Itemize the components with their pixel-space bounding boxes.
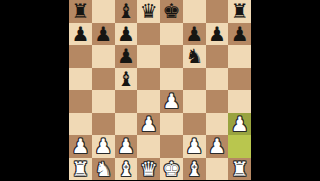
square-d7[interactable]	[137, 23, 160, 46]
square-a4[interactable]	[69, 90, 92, 113]
square-a7[interactable]: ♟	[69, 23, 92, 46]
square-a1[interactable]: ♜	[69, 158, 92, 181]
square-f7[interactable]: ♟	[183, 23, 206, 46]
white-pawn[interactable]: ♟	[185, 136, 203, 156]
square-h7[interactable]: ♟	[228, 23, 251, 46]
square-e3[interactable]	[160, 113, 183, 136]
white-pawn[interactable]: ♟	[208, 136, 226, 156]
square-b7[interactable]: ♟	[92, 23, 115, 46]
square-g2[interactable]: ♟	[206, 135, 229, 158]
white-bishop[interactable]: ♝	[117, 158, 135, 178]
black-pawn[interactable]: ♟	[185, 23, 203, 43]
square-c5[interactable]: ♝	[115, 68, 138, 91]
square-e7[interactable]	[160, 23, 183, 46]
black-rook[interactable]: ♜	[71, 1, 89, 21]
black-bishop[interactable]: ♝	[117, 68, 135, 88]
white-rook[interactable]: ♜	[231, 158, 249, 178]
white-pawn[interactable]: ♟	[140, 113, 158, 133]
square-f8[interactable]	[183, 0, 206, 23]
black-pawn[interactable]: ♟	[117, 23, 135, 43]
square-e5[interactable]	[160, 68, 183, 91]
black-rook[interactable]: ♜	[231, 1, 249, 21]
square-d5[interactable]	[137, 68, 160, 91]
letterbox-right	[251, 0, 320, 180]
square-h8[interactable]: ♜	[228, 0, 251, 23]
square-a6[interactable]	[69, 45, 92, 68]
square-h2[interactable]	[228, 135, 251, 158]
square-g7[interactable]: ♟	[206, 23, 229, 46]
square-b1[interactable]: ♞	[92, 158, 115, 181]
square-b6[interactable]	[92, 45, 115, 68]
square-g5[interactable]	[206, 68, 229, 91]
white-pawn[interactable]: ♟	[162, 91, 180, 111]
square-a8[interactable]: ♜	[69, 0, 92, 23]
square-d8[interactable]: ♛	[137, 0, 160, 23]
white-king[interactable]: ♚	[162, 158, 180, 178]
chess-board: ♜♝♛♚♜♟♟♟♟♟♟♟♞♝♟♟♟♟♟♟♟♟♜♞♝♛♚♝♜	[69, 0, 251, 180]
square-b4[interactable]	[92, 90, 115, 113]
white-pawn[interactable]: ♟	[71, 136, 89, 156]
white-pawn[interactable]: ♟	[117, 136, 135, 156]
square-h6[interactable]	[228, 45, 251, 68]
black-bishop[interactable]: ♝	[117, 1, 135, 21]
square-g6[interactable]	[206, 45, 229, 68]
square-b5[interactable]	[92, 68, 115, 91]
square-g8[interactable]	[206, 0, 229, 23]
letterbox-left	[0, 0, 69, 180]
square-c2[interactable]: ♟	[115, 135, 138, 158]
square-c7[interactable]: ♟	[115, 23, 138, 46]
square-f4[interactable]	[183, 90, 206, 113]
square-d2[interactable]	[137, 135, 160, 158]
square-e6[interactable]	[160, 45, 183, 68]
square-c1[interactable]: ♝	[115, 158, 138, 181]
square-d3[interactable]: ♟	[137, 113, 160, 136]
square-h4[interactable]	[228, 90, 251, 113]
square-g3[interactable]	[206, 113, 229, 136]
square-h5[interactable]	[228, 68, 251, 91]
white-rook[interactable]: ♜	[71, 158, 89, 178]
square-g1[interactable]	[206, 158, 229, 181]
white-queen[interactable]: ♛	[140, 158, 158, 178]
white-pawn[interactable]: ♟	[231, 113, 249, 133]
square-c3[interactable]	[115, 113, 138, 136]
black-pawn[interactable]: ♟	[117, 46, 135, 66]
white-pawn[interactable]: ♟	[94, 136, 112, 156]
square-a3[interactable]	[69, 113, 92, 136]
black-pawn[interactable]: ♟	[94, 23, 112, 43]
square-f3[interactable]	[183, 113, 206, 136]
black-knight[interactable]: ♞	[185, 46, 203, 66]
white-knight[interactable]: ♞	[94, 158, 112, 178]
square-a5[interactable]	[69, 68, 92, 91]
black-pawn[interactable]: ♟	[231, 23, 249, 43]
square-d6[interactable]	[137, 45, 160, 68]
square-d1[interactable]: ♛	[137, 158, 160, 181]
square-b3[interactable]	[92, 113, 115, 136]
square-f1[interactable]: ♝	[183, 158, 206, 181]
black-pawn[interactable]: ♟	[71, 23, 89, 43]
square-f5[interactable]	[183, 68, 206, 91]
square-a2[interactable]: ♟	[69, 135, 92, 158]
square-h1[interactable]: ♜	[228, 158, 251, 181]
square-f2[interactable]: ♟	[183, 135, 206, 158]
black-king[interactable]: ♚	[162, 1, 180, 21]
black-queen[interactable]: ♛	[140, 1, 158, 21]
square-f6[interactable]: ♞	[183, 45, 206, 68]
square-g4[interactable]	[206, 90, 229, 113]
square-b2[interactable]: ♟	[92, 135, 115, 158]
square-h3[interactable]: ♟	[228, 113, 251, 136]
square-d4[interactable]	[137, 90, 160, 113]
chess-app-stage: ♜♝♛♚♜♟♟♟♟♟♟♟♞♝♟♟♟♟♟♟♟♟♜♞♝♛♚♝♜	[0, 0, 320, 180]
square-e8[interactable]: ♚	[160, 0, 183, 23]
square-c6[interactable]: ♟	[115, 45, 138, 68]
square-c4[interactable]	[115, 90, 138, 113]
square-b8[interactable]	[92, 0, 115, 23]
square-e4[interactable]: ♟	[160, 90, 183, 113]
square-e2[interactable]	[160, 135, 183, 158]
square-c8[interactable]: ♝	[115, 0, 138, 23]
square-e1[interactable]: ♚	[160, 158, 183, 181]
white-bishop[interactable]: ♝	[185, 158, 203, 178]
black-pawn[interactable]: ♟	[208, 23, 226, 43]
